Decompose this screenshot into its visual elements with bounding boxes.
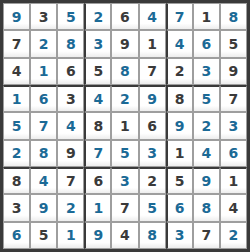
- cell-r7c2[interactable]: 4: [30, 167, 57, 194]
- cell-r4c4[interactable]: 4: [84, 85, 111, 112]
- cell-r8c8[interactable]: 8: [193, 194, 220, 221]
- cell-r2c4[interactable]: 3: [84, 30, 111, 57]
- cell-r5c5[interactable]: 1: [111, 112, 138, 139]
- cell-r1c2[interactable]: 3: [30, 3, 57, 30]
- cell-r9c6[interactable]: 8: [139, 222, 166, 249]
- cell-r3c4[interactable]: 5: [84, 58, 111, 85]
- cell-r5c7[interactable]: 9: [166, 112, 193, 139]
- cell-r1c7[interactable]: 7: [166, 3, 193, 30]
- cell-r6c2[interactable]: 8: [30, 140, 57, 167]
- cell-r7c5[interactable]: 3: [111, 167, 138, 194]
- cell-r8c3[interactable]: 2: [57, 194, 84, 221]
- cell-r7c8[interactable]: 9: [193, 167, 220, 194]
- cell-r4c5[interactable]: 2: [111, 85, 138, 112]
- cell-r2c5[interactable]: 9: [111, 30, 138, 57]
- cell-r1c9[interactable]: 8: [220, 3, 247, 30]
- cell-r9c1[interactable]: 6: [3, 222, 30, 249]
- cell-r5c3[interactable]: 4: [57, 112, 84, 139]
- cell-r3c7[interactable]: 2: [166, 58, 193, 85]
- cell-r8c2[interactable]: 9: [30, 194, 57, 221]
- cell-r4c9[interactable]: 7: [220, 85, 247, 112]
- cell-r5c6[interactable]: 6: [139, 112, 166, 139]
- cell-r8c6[interactable]: 5: [139, 194, 166, 221]
- cell-r5c2[interactable]: 7: [30, 112, 57, 139]
- cell-r7c7[interactable]: 5: [166, 167, 193, 194]
- cell-r9c9[interactable]: 2: [220, 222, 247, 249]
- cell-r4c1[interactable]: 1: [3, 85, 30, 112]
- cell-r1c3[interactable]: 5: [57, 3, 84, 30]
- cell-r6c1[interactable]: 2: [3, 140, 30, 167]
- cell-r7c1[interactable]: 8: [3, 167, 30, 194]
- cell-r4c8[interactable]: 5: [193, 85, 220, 112]
- cell-r2c7[interactable]: 4: [166, 30, 193, 57]
- cell-r9c8[interactable]: 7: [193, 222, 220, 249]
- cell-r5c8[interactable]: 2: [193, 112, 220, 139]
- cell-r5c1[interactable]: 5: [3, 112, 30, 139]
- cell-r6c4[interactable]: 7: [84, 140, 111, 167]
- cell-r6c9[interactable]: 6: [220, 140, 247, 167]
- cell-r6c5[interactable]: 5: [111, 140, 138, 167]
- cell-r2c6[interactable]: 1: [139, 30, 166, 57]
- cell-r3c2[interactable]: 1: [30, 58, 57, 85]
- cell-r9c5[interactable]: 4: [111, 222, 138, 249]
- cell-r3c9[interactable]: 9: [220, 58, 247, 85]
- cell-r4c2[interactable]: 6: [30, 85, 57, 112]
- cell-r1c4[interactable]: 2: [84, 3, 111, 30]
- sudoku-board: 9352647187283914654165872391634298575748…: [3, 3, 247, 249]
- cell-r9c2[interactable]: 5: [30, 222, 57, 249]
- cell-r8c9[interactable]: 4: [220, 194, 247, 221]
- cell-r2c2[interactable]: 2: [30, 30, 57, 57]
- cell-r3c3[interactable]: 6: [57, 58, 84, 85]
- cell-r2c3[interactable]: 8: [57, 30, 84, 57]
- cell-r5c4[interactable]: 8: [84, 112, 111, 139]
- cell-r6c8[interactable]: 4: [193, 140, 220, 167]
- cell-r1c5[interactable]: 6: [111, 3, 138, 30]
- cell-r2c1[interactable]: 7: [3, 30, 30, 57]
- cell-r3c8[interactable]: 3: [193, 58, 220, 85]
- cell-r3c5[interactable]: 8: [111, 58, 138, 85]
- cell-r5c9[interactable]: 3: [220, 112, 247, 139]
- cell-r2c8[interactable]: 6: [193, 30, 220, 57]
- cell-r9c3[interactable]: 1: [57, 222, 84, 249]
- cell-r6c3[interactable]: 9: [57, 140, 84, 167]
- cell-r7c6[interactable]: 2: [139, 167, 166, 194]
- cell-r8c7[interactable]: 6: [166, 194, 193, 221]
- cell-r1c8[interactable]: 1: [193, 3, 220, 30]
- cell-r1c1[interactable]: 9: [3, 3, 30, 30]
- cell-r7c9[interactable]: 1: [220, 167, 247, 194]
- cell-r8c1[interactable]: 3: [3, 194, 30, 221]
- cell-r8c4[interactable]: 1: [84, 194, 111, 221]
- cell-r3c6[interactable]: 7: [139, 58, 166, 85]
- cell-r3c1[interactable]: 4: [3, 58, 30, 85]
- cell-r7c4[interactable]: 6: [84, 167, 111, 194]
- cell-r4c6[interactable]: 9: [139, 85, 166, 112]
- cell-r7c3[interactable]: 7: [57, 167, 84, 194]
- cell-r9c4[interactable]: 9: [84, 222, 111, 249]
- cell-r2c9[interactable]: 5: [220, 30, 247, 57]
- cell-r4c7[interactable]: 8: [166, 85, 193, 112]
- cell-r6c7[interactable]: 1: [166, 140, 193, 167]
- cell-r4c3[interactable]: 3: [57, 85, 84, 112]
- cell-r9c7[interactable]: 3: [166, 222, 193, 249]
- cell-r6c6[interactable]: 3: [139, 140, 166, 167]
- sudoku-board-frame: 9352647187283914654165872391634298575748…: [0, 0, 250, 252]
- cell-r1c6[interactable]: 4: [139, 3, 166, 30]
- cell-r8c5[interactable]: 7: [111, 194, 138, 221]
